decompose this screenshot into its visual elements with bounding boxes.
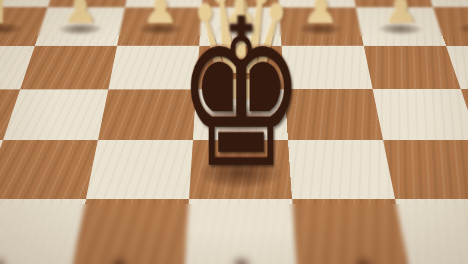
white-pawn: ♟ (462, 0, 468, 30)
square-c4 (372, 89, 468, 140)
white-pawn-glyph: ♟ (462, 0, 468, 30)
square-g5 (0, 140, 98, 199)
white-pawn: ♟ (61, 0, 98, 30)
square-g2: ♟ (34, 7, 124, 45)
white-pawn-glyph: ♟ (301, 0, 338, 30)
square-g3 (20, 46, 117, 90)
black-king-glyph: ♚ (176, 14, 305, 174)
white-pawn: ♟ (141, 0, 178, 30)
chess-photo-frame: ♟♟♟♟♟♟♟♟♛♚♟♟♟♟♟♟♟♟♜♞♛ (0, 0, 468, 264)
white-pawn-glyph: ♟ (382, 0, 419, 30)
square-c2: ♟ (356, 7, 446, 45)
white-pawn-glyph: ♟ (61, 0, 98, 30)
square-c5 (383, 140, 468, 199)
board-scene: ♟♟♟♟♟♟♟♟♛♚♟♟♟♟♟♟♟♟♜♞♛ (0, 0, 468, 264)
white-pawn-glyph: ♟ (141, 0, 178, 30)
square-e5: ♚ (188, 140, 291, 199)
white-pawn: ♟ (301, 0, 338, 30)
square-g4 (3, 89, 108, 140)
chess-board: ♟♟♟♟♟♟♟♟♛♚♟♟♟♟♟♟♟♟♜♞♛ (0, 0, 468, 264)
white-pawn: ♟ (0, 0, 18, 30)
black-king: ♚ (176, 14, 305, 174)
white-pawn-glyph: ♟ (0, 0, 18, 30)
square-c3 (363, 46, 460, 90)
white-pawn: ♟ (382, 0, 419, 30)
